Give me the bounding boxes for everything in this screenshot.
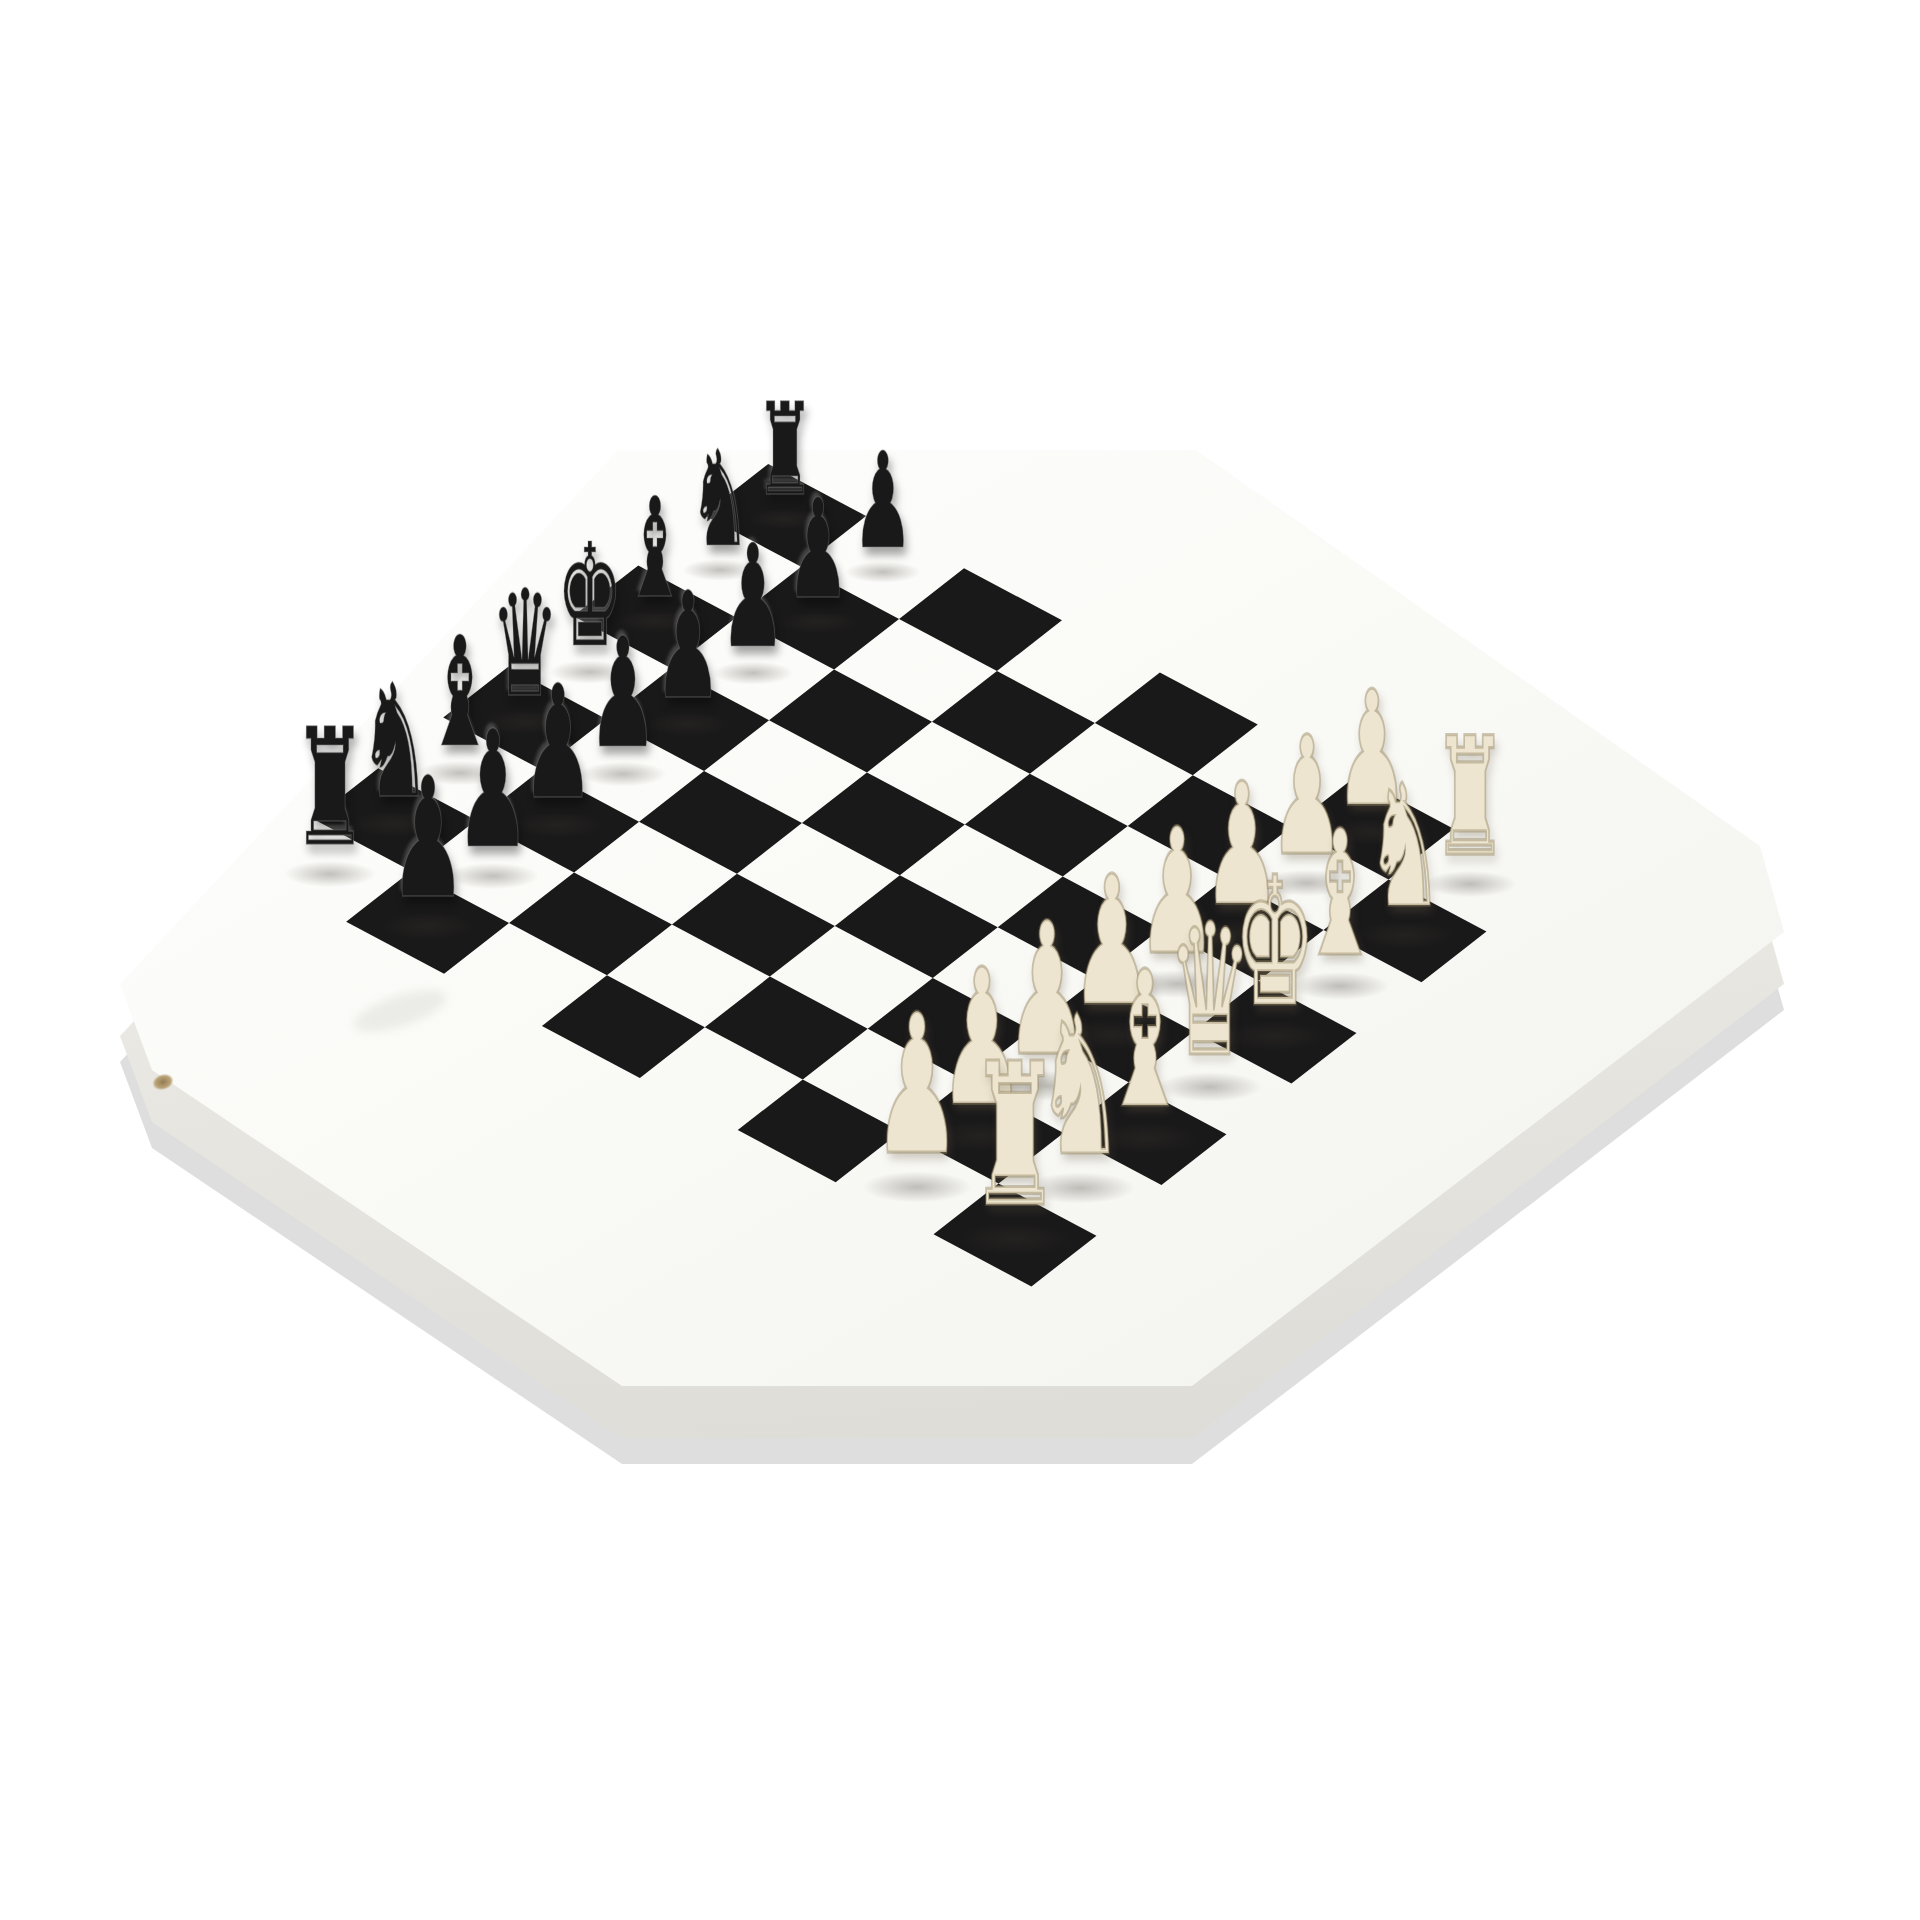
white-pawn-glyph: ♟ <box>872 990 962 1183</box>
black-pawn-glyph: ♟ <box>653 572 722 719</box>
white-rook-glyph: ♜ <box>969 1037 1061 1235</box>
black-pawn-glyph: ♟ <box>389 756 467 923</box>
black-pawn-glyph: ♟ <box>852 435 914 568</box>
pieces-layer: ♜♞♝♛♚♝♞♜♟♟♟♟♟♟♟♟♟♟♟♟♟♟♟♟♜♞♝♛♚♝♞♜ <box>0 0 1920 1920</box>
black-pawn-glyph: ♟ <box>786 480 850 618</box>
black-rook-glyph: ♜ <box>292 708 367 870</box>
black-pawn-glyph: ♟ <box>521 664 594 821</box>
black-pawn-glyph: ♟ <box>587 618 658 770</box>
chess-photo-scene: ♜♞♝♛♚♝♞♜♟♟♟♟♟♟♟♟♟♟♟♟♟♟♟♟♜♞♝♛♚♝♞♜ <box>0 0 1920 1920</box>
black-pawn-glyph: ♟ <box>719 526 785 669</box>
